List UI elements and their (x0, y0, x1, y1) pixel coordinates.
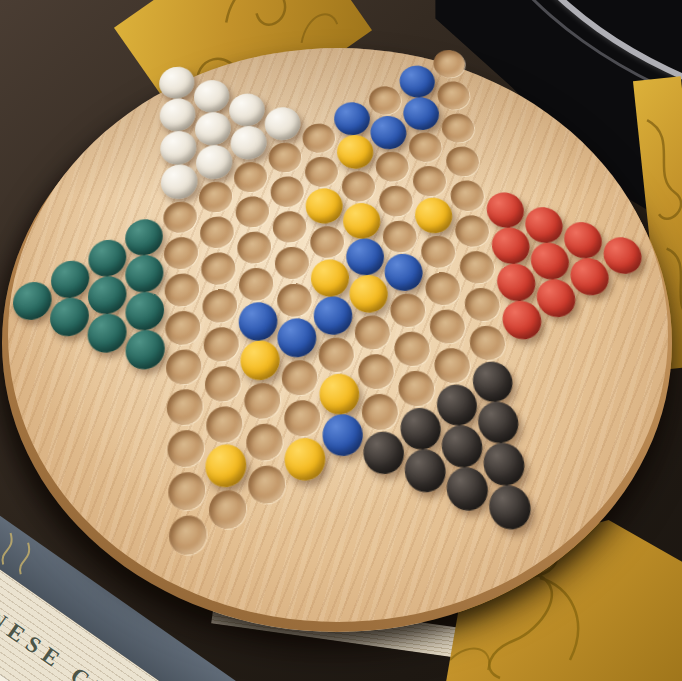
black-marble[interactable] (475, 400, 520, 444)
blue-marble[interactable] (321, 412, 364, 457)
hole-c6-s10[interactable] (205, 405, 242, 444)
hole-c7-s1[interactable] (230, 95, 263, 125)
green-marble[interactable] (88, 238, 126, 277)
hole-c5-s7[interactable] (164, 272, 199, 307)
hole-c4-s4[interactable] (127, 331, 162, 368)
red-marble[interactable] (534, 278, 578, 319)
hole-c13-s9[interactable] (467, 324, 506, 361)
black-marble[interactable] (402, 447, 447, 493)
hole-c15-s2[interactable] (530, 244, 569, 278)
hole-c12-s9[interactable] (432, 346, 471, 383)
hole-c17-s1[interactable] (602, 238, 641, 272)
hole-c11-s3[interactable] (374, 150, 410, 182)
hole-c14-s2[interactable] (491, 229, 529, 263)
yellow-marble[interactable] (239, 339, 280, 381)
hole-c13-s4[interactable] (444, 145, 480, 177)
blue-marble[interactable] (344, 237, 385, 276)
yellow-marble[interactable] (318, 372, 361, 416)
hole-c9-s7[interactable] (317, 336, 355, 373)
blue-marble[interactable] (382, 252, 424, 292)
hole-c9-s6[interactable] (314, 298, 351, 334)
hole-c11-s8[interactable] (392, 330, 430, 367)
hole-c8-s1[interactable] (265, 108, 299, 139)
hole-c4-s3[interactable] (127, 293, 162, 329)
green-marble[interactable] (125, 218, 163, 257)
hole-c13-s10[interactable] (472, 363, 512, 401)
hole-c5-s2[interactable] (161, 100, 194, 131)
hole-c3-s1[interactable] (90, 241, 124, 275)
hole-c7-s3[interactable] (233, 161, 267, 193)
hole-c10-s3[interactable] (340, 170, 376, 202)
white-marble[interactable] (263, 106, 301, 141)
hole-c9-s9[interactable] (323, 416, 362, 455)
hole-c5-s3[interactable] (161, 132, 194, 163)
green-marble[interactable] (125, 290, 164, 331)
hole-c2-s2[interactable] (51, 299, 86, 335)
hole-c7-s6[interactable] (238, 266, 274, 301)
green-marble[interactable] (50, 259, 89, 299)
red-marble[interactable] (484, 191, 526, 229)
hole-c8-s10[interactable] (285, 440, 324, 480)
hole-c2-s1[interactable] (52, 262, 87, 297)
photo-scene: CHINESE CHECK (0, 0, 682, 681)
hole-c10-s10[interactable] (363, 433, 403, 473)
hole-c5-s10[interactable] (166, 387, 203, 425)
white-marble[interactable] (159, 97, 195, 132)
yellow-marble[interactable] (347, 273, 389, 313)
hole-c13-s3[interactable] (440, 112, 476, 143)
hole-c6-s6[interactable] (200, 251, 235, 286)
hole-c10-s1[interactable] (334, 103, 369, 134)
black-marble[interactable] (361, 430, 405, 475)
hole-c12-s2[interactable] (403, 98, 438, 129)
hole-c12-s6[interactable] (419, 234, 456, 268)
hole-c5-s12[interactable] (167, 470, 205, 511)
hole-c12-s10[interactable] (437, 386, 477, 424)
hole-c5-s11[interactable] (167, 428, 204, 467)
hole-c5-s1[interactable] (160, 68, 192, 98)
hole-c12-s11[interactable] (441, 427, 481, 466)
hole-c11-s9[interactable] (396, 369, 435, 407)
hole-c8-s8[interactable] (280, 358, 318, 395)
hole-c5-s6[interactable] (163, 236, 197, 270)
hole-c6-s7[interactable] (201, 288, 237, 324)
hole-c8-s5[interactable] (274, 245, 310, 279)
green-marble[interactable] (87, 275, 126, 315)
hole-c15-s3[interactable] (536, 281, 575, 316)
hole-c5-s5[interactable] (163, 200, 197, 233)
hole-c7-s2[interactable] (231, 127, 265, 158)
black-marble[interactable] (398, 406, 442, 451)
hole-c9-s5[interactable] (311, 261, 347, 296)
yellow-marble[interactable] (309, 258, 350, 298)
hole-c7-s7[interactable] (240, 304, 276, 340)
hole-c10-s4[interactable] (343, 204, 379, 237)
hole-c11-s7[interactable] (388, 292, 426, 328)
hole-c8-s6[interactable] (276, 282, 312, 317)
hole-c9-s1[interactable] (301, 122, 335, 153)
hole-c10-s7[interactable] (353, 314, 391, 350)
hole-c6-s2[interactable] (196, 113, 229, 144)
yellow-marble[interactable] (304, 187, 344, 225)
hole-c11-s10[interactable] (400, 409, 440, 448)
white-marble[interactable] (158, 65, 194, 99)
black-marble[interactable] (486, 483, 533, 530)
blue-marble[interactable] (332, 101, 371, 136)
red-marble[interactable] (489, 226, 532, 265)
blue-marble[interactable] (312, 295, 353, 336)
hole-c14-s1[interactable] (486, 194, 523, 227)
hole-c8-s9[interactable] (283, 398, 321, 437)
hole-c7-s5[interactable] (236, 230, 271, 264)
hole-c4-s2[interactable] (127, 256, 161, 291)
hole-c13-s12[interactable] (483, 444, 524, 484)
hole-c6-s3[interactable] (197, 146, 231, 178)
hole-c14-s3[interactable] (497, 265, 536, 300)
hole-c3-s2[interactable] (89, 278, 124, 313)
hole-c12-s3[interactable] (407, 131, 443, 162)
red-marble[interactable] (567, 256, 611, 296)
white-marble[interactable] (229, 124, 267, 160)
hole-c13-s1[interactable] (431, 49, 466, 78)
white-marble[interactable] (194, 111, 231, 147)
hole-c11-s2[interactable] (370, 117, 405, 148)
hole-c7-s8[interactable] (241, 342, 278, 379)
hole-c5-s9[interactable] (165, 348, 201, 385)
hole-c6-s5[interactable] (199, 215, 234, 249)
hole-c9-s2[interactable] (304, 155, 339, 187)
hole-c8-s7[interactable] (278, 320, 315, 356)
hole-c11-s11[interactable] (405, 451, 445, 491)
hole-c5-s4[interactable] (162, 166, 196, 198)
green-marble[interactable] (125, 253, 163, 293)
white-marble[interactable] (228, 92, 265, 127)
yellow-marble[interactable] (204, 442, 246, 488)
hole-c10-s5[interactable] (346, 240, 383, 274)
yellow-marble[interactable] (283, 436, 326, 482)
hole-c13-s7[interactable] (458, 250, 496, 284)
hole-c7-s9[interactable] (243, 381, 280, 419)
red-marble[interactable] (561, 220, 605, 259)
black-marble[interactable] (470, 360, 515, 403)
hole-c6-s9[interactable] (204, 365, 241, 403)
hole-c13-s8[interactable] (462, 286, 501, 321)
hole-c5-s13[interactable] (168, 514, 206, 556)
hole-c14-s4[interactable] (502, 302, 541, 338)
red-marble[interactable] (522, 205, 565, 243)
hole-c3-s3[interactable] (89, 315, 124, 351)
hole-c15-s1[interactable] (524, 208, 562, 241)
hole-c13-s13[interactable] (489, 487, 531, 528)
hole-c6-s4[interactable] (198, 180, 232, 213)
hole-c12-s4[interactable] (411, 165, 447, 197)
green-marble[interactable] (49, 296, 88, 337)
hole-c8-s2[interactable] (267, 141, 301, 173)
hole-c12-s8[interactable] (428, 308, 466, 344)
yellow-marble[interactable] (335, 133, 374, 169)
hole-c10-s9[interactable] (360, 392, 399, 430)
hole-c1-s1[interactable] (14, 283, 50, 318)
blue-marble[interactable] (401, 96, 440, 131)
hole-c9-s4[interactable] (309, 225, 345, 259)
blue-marble[interactable] (397, 64, 436, 98)
red-marble[interactable] (600, 236, 644, 275)
blue-marble[interactable] (276, 317, 317, 359)
hole-c6-s11[interactable] (207, 446, 245, 486)
green-marble[interactable] (12, 280, 52, 321)
hole-c4-s1[interactable] (127, 221, 161, 255)
yellow-marble[interactable] (413, 196, 454, 234)
hole-c9-s8[interactable] (320, 375, 358, 413)
green-marble[interactable] (87, 312, 126, 354)
hole-c7-s11[interactable] (247, 464, 286, 504)
white-marble[interactable] (160, 163, 197, 200)
hole-c10-s8[interactable] (356, 352, 394, 389)
hole-c6-s8[interactable] (203, 326, 239, 363)
hole-c8-s3[interactable] (269, 175, 304, 208)
black-marble[interactable] (439, 423, 484, 468)
hole-c10-s2[interactable] (337, 136, 372, 168)
red-marble[interactable] (528, 241, 571, 280)
hole-c11-s4[interactable] (377, 184, 413, 217)
hole-c8-s4[interactable] (271, 210, 306, 243)
hole-c13-s2[interactable] (435, 80, 470, 110)
hole-c11-s1[interactable] (367, 85, 402, 115)
hole-c12-s1[interactable] (399, 67, 434, 97)
hole-c13-s11[interactable] (478, 403, 518, 442)
blue-marble[interactable] (237, 300, 278, 341)
white-marble[interactable] (160, 130, 197, 166)
blue-marble[interactable] (368, 114, 407, 150)
hole-c5-s8[interactable] (165, 309, 200, 345)
hole-c16-s2[interactable] (569, 259, 608, 294)
hole-c12-s7[interactable] (423, 271, 461, 306)
hole-c12-s12[interactable] (446, 469, 487, 510)
hole-c11-s5[interactable] (381, 219, 418, 253)
white-marble[interactable] (193, 79, 230, 114)
hole-c10-s6[interactable] (350, 276, 387, 311)
hole-c6-s1[interactable] (195, 81, 228, 111)
yellow-marble[interactable] (341, 201, 381, 239)
hole-c6-s12[interactable] (208, 489, 246, 530)
hole-c13-s5[interactable] (448, 179, 485, 212)
black-marble[interactable] (434, 383, 479, 427)
black-marble[interactable] (480, 441, 526, 487)
black-marble[interactable] (444, 465, 490, 512)
hole-grid (2, 37, 682, 572)
hole-c12-s5[interactable] (415, 199, 452, 232)
hole-c7-s10[interactable] (245, 422, 283, 461)
hole-c11-s6[interactable] (385, 255, 422, 290)
hole-c7-s4[interactable] (235, 195, 270, 228)
white-marble[interactable] (195, 144, 233, 181)
hole-c16-s1[interactable] (563, 223, 602, 257)
green-marble[interactable] (125, 328, 165, 370)
red-marble[interactable] (494, 262, 537, 302)
hole-c9-s3[interactable] (306, 190, 341, 223)
red-marble[interactable] (499, 299, 543, 340)
hole-c13-s6[interactable] (453, 214, 490, 248)
